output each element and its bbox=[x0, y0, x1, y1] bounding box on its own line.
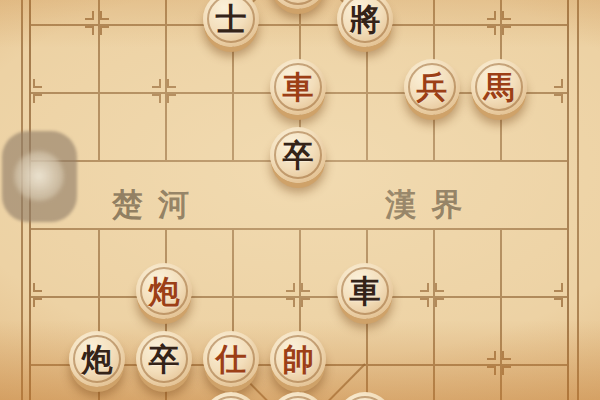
black-advisor-glyph: 士 bbox=[216, 4, 247, 35]
point-marker-bracket bbox=[167, 79, 176, 88]
floating-button-glow-icon bbox=[14, 151, 64, 201]
point-marker bbox=[18, 283, 42, 307]
point-marker-bracket bbox=[487, 366, 496, 375]
point-marker-bracket bbox=[301, 283, 310, 292]
river-label-chu-he: 楚河 bbox=[112, 184, 204, 226]
red-horse-glyph: 馬 bbox=[484, 72, 515, 103]
red-general-piece[interactable]: 帥 bbox=[270, 331, 326, 387]
red-chariot-glyph: 車 bbox=[283, 72, 314, 103]
black-chariot-piece[interactable]: 車 bbox=[337, 263, 393, 319]
point-marker bbox=[487, 11, 511, 35]
black-soldier-piece[interactable]: 卒 bbox=[270, 127, 326, 183]
point-marker-bracket bbox=[85, 11, 94, 20]
point-marker bbox=[554, 283, 578, 307]
point-marker-bracket bbox=[487, 11, 496, 20]
point-marker-bracket bbox=[435, 298, 444, 307]
point-marker bbox=[18, 79, 42, 103]
point-marker-bracket bbox=[33, 79, 42, 88]
point-marker-bracket bbox=[85, 26, 94, 35]
point-marker-bracket bbox=[554, 79, 563, 88]
point-marker-bracket bbox=[301, 298, 310, 307]
point-marker-bracket bbox=[554, 298, 563, 307]
point-marker-bracket bbox=[487, 26, 496, 35]
point-marker-bracket bbox=[33, 94, 42, 103]
point-marker-bracket bbox=[502, 26, 511, 35]
point-marker-bracket bbox=[286, 283, 295, 292]
point-marker-bracket bbox=[152, 79, 161, 88]
point-marker-bracket bbox=[286, 298, 295, 307]
point-marker-bracket bbox=[100, 11, 109, 20]
point-marker bbox=[554, 79, 578, 103]
point-marker bbox=[152, 79, 176, 103]
point-marker-bracket bbox=[420, 298, 429, 307]
point-marker-bracket bbox=[33, 283, 42, 292]
black-soldier-glyph: 卒 bbox=[149, 344, 180, 375]
black-cannon-glyph: 炮 bbox=[82, 344, 113, 375]
point-marker-bracket bbox=[554, 94, 563, 103]
board-cell bbox=[500, 160, 567, 228]
river-label-han-jie: 漢界 bbox=[385, 184, 477, 226]
point-marker bbox=[286, 283, 310, 307]
red-horse-piece[interactable]: 馬 bbox=[471, 59, 527, 115]
xiangqi-game-screen: 楚河 漢界 士將車兵馬卒炮車炮卒仕帥 bbox=[0, 0, 600, 400]
red-soldier-piece[interactable]: 兵 bbox=[404, 59, 460, 115]
point-marker-bracket bbox=[435, 283, 444, 292]
point-marker bbox=[85, 11, 109, 35]
point-marker-bracket bbox=[167, 94, 176, 103]
black-soldier-piece[interactable]: 卒 bbox=[136, 331, 192, 387]
point-marker-bracket bbox=[554, 283, 563, 292]
point-marker-bracket bbox=[33, 298, 42, 307]
red-chariot-piece[interactable]: 車 bbox=[270, 59, 326, 115]
point-marker-bracket bbox=[502, 351, 511, 360]
red-advisor-glyph: 仕 bbox=[216, 344, 247, 375]
point-marker-bracket bbox=[100, 26, 109, 35]
point-marker-bracket bbox=[502, 11, 511, 20]
black-cannon-piece[interactable]: 炮 bbox=[69, 331, 125, 387]
red-cannon-piece[interactable]: 炮 bbox=[136, 263, 192, 319]
floating-assistive-button[interactable] bbox=[2, 131, 77, 222]
red-advisor-piece[interactable]: 仕 bbox=[203, 331, 259, 387]
red-general-glyph: 帥 bbox=[283, 344, 314, 375]
point-marker-bracket bbox=[152, 94, 161, 103]
red-cannon-glyph: 炮 bbox=[149, 276, 180, 307]
point-marker-bracket bbox=[502, 366, 511, 375]
point-marker bbox=[487, 351, 511, 375]
black-general-glyph: 將 bbox=[350, 4, 381, 35]
point-marker bbox=[420, 283, 444, 307]
red-soldier-glyph: 兵 bbox=[417, 72, 448, 103]
black-chariot-glyph: 車 bbox=[350, 276, 381, 307]
point-marker-bracket bbox=[487, 351, 496, 360]
black-soldier-glyph: 卒 bbox=[283, 140, 314, 171]
point-marker-bracket bbox=[420, 283, 429, 292]
